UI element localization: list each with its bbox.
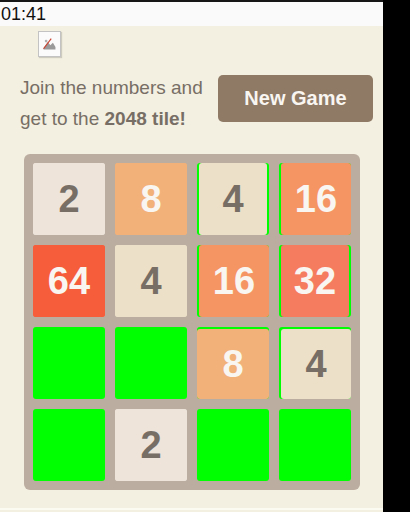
cell-r1c1: 4	[115, 245, 187, 317]
tile-4: 4	[199, 163, 267, 235]
cell-r2c2: 8	[197, 327, 269, 399]
cell-r3c2	[197, 409, 269, 481]
tile-64: 64	[33, 245, 105, 317]
clock-text: 01:41	[1, 4, 46, 24]
intro-2048-bold: 2048 tile!	[105, 108, 186, 129]
cell-r0c2: 4	[197, 163, 269, 235]
cell-r0c1: 8	[115, 163, 187, 235]
tile-4: 4	[115, 245, 187, 317]
new-game-button[interactable]: New Game	[218, 75, 373, 122]
cell-r1c3: 32	[279, 245, 351, 317]
cell-r2c0	[33, 327, 105, 399]
intro-text: Join the numbers and get to the 2048 til…	[20, 72, 220, 134]
app-viewport: 01:41 Join the numbers and get to the 20…	[0, 0, 383, 512]
tile-32: 32	[281, 245, 349, 317]
game-board[interactable]: 284166441632842	[24, 154, 360, 490]
cell-r3c3	[279, 409, 351, 481]
cell-r2c1	[115, 327, 187, 399]
cell-r3c1: 2	[115, 409, 187, 481]
cell-r1c0: 64	[33, 245, 105, 317]
status-bar: 01:41	[0, 0, 383, 26]
cell-r2c3: 4	[279, 327, 351, 399]
cell-r1c2: 16	[197, 245, 269, 317]
tile-2: 2	[115, 409, 187, 481]
screen-letterbox	[383, 0, 410, 512]
intro-line1: Join the numbers and	[20, 77, 203, 98]
cell-r0c0: 2	[33, 163, 105, 235]
tile-8: 8	[197, 329, 269, 399]
cell-r0c3: 16	[279, 163, 351, 235]
phone-screen: 01:41 Join the numbers and get to the 20…	[0, 0, 410, 512]
bottom-divider	[0, 508, 383, 510]
tile-16: 16	[281, 163, 351, 235]
tile-16: 16	[199, 245, 269, 317]
tile-4: 4	[281, 329, 351, 399]
broken-image-icon	[38, 31, 61, 57]
tile-2: 2	[33, 163, 105, 235]
cell-r3c0	[33, 409, 105, 481]
tile-8: 8	[115, 163, 187, 235]
intro-line2-prefix: get to the	[20, 108, 105, 129]
